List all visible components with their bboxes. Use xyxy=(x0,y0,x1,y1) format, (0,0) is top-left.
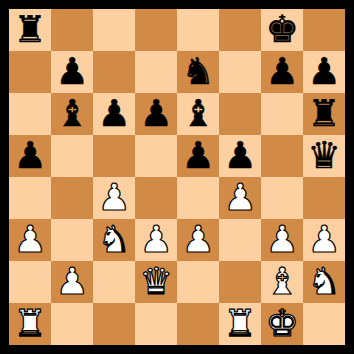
square-h3[interactable]: ♟ xyxy=(303,219,345,261)
square-b7[interactable]: ♟ xyxy=(51,51,93,93)
white-rook: ♜ xyxy=(219,303,261,345)
square-d5[interactable] xyxy=(135,135,177,177)
square-d3[interactable]: ♟ xyxy=(135,219,177,261)
square-g1[interactable]: ♚ xyxy=(261,303,303,345)
square-a3[interactable]: ♟ xyxy=(9,219,51,261)
square-c5[interactable] xyxy=(93,135,135,177)
square-a7[interactable] xyxy=(9,51,51,93)
square-e1[interactable] xyxy=(177,303,219,345)
white-pawn: ♟ xyxy=(93,177,135,219)
black-rook: ♜ xyxy=(303,93,345,135)
chess-board-grid: ♜♚♟♞♟♟♝♟♟♝♜♟♟♟♛♟♟♟♞♟♟♟♟♟♛♝♞♜♜♚ xyxy=(9,9,345,345)
white-knight: ♞ xyxy=(93,219,135,261)
square-e4[interactable] xyxy=(177,177,219,219)
black-pawn: ♟ xyxy=(219,135,261,177)
square-h7[interactable]: ♟ xyxy=(303,51,345,93)
square-h2[interactable]: ♞ xyxy=(303,261,345,303)
square-h1[interactable] xyxy=(303,303,345,345)
square-g3[interactable]: ♟ xyxy=(261,219,303,261)
square-c2[interactable] xyxy=(93,261,135,303)
square-c7[interactable] xyxy=(93,51,135,93)
square-c1[interactable] xyxy=(93,303,135,345)
square-a4[interactable] xyxy=(9,177,51,219)
black-queen: ♛ xyxy=(303,135,345,177)
square-c3[interactable]: ♞ xyxy=(93,219,135,261)
square-d7[interactable] xyxy=(135,51,177,93)
black-bishop: ♝ xyxy=(177,93,219,135)
square-d6[interactable]: ♟ xyxy=(135,93,177,135)
black-king: ♚ xyxy=(261,9,303,51)
square-h4[interactable] xyxy=(303,177,345,219)
square-d8[interactable] xyxy=(135,9,177,51)
square-f7[interactable] xyxy=(219,51,261,93)
square-h6[interactable]: ♜ xyxy=(303,93,345,135)
square-c4[interactable]: ♟ xyxy=(93,177,135,219)
square-g6[interactable] xyxy=(261,93,303,135)
square-a2[interactable] xyxy=(9,261,51,303)
white-pawn: ♟ xyxy=(177,219,219,261)
square-e3[interactable]: ♟ xyxy=(177,219,219,261)
black-pawn: ♟ xyxy=(177,135,219,177)
white-pawn: ♟ xyxy=(9,219,51,261)
chess-board: ♜♚♟♞♟♟♝♟♟♝♜♟♟♟♛♟♟♟♞♟♟♟♟♟♛♝♞♜♜♚ xyxy=(0,0,354,354)
square-d4[interactable] xyxy=(135,177,177,219)
square-e2[interactable] xyxy=(177,261,219,303)
white-king: ♚ xyxy=(261,303,303,345)
square-f4[interactable]: ♟ xyxy=(219,177,261,219)
square-e6[interactable]: ♝ xyxy=(177,93,219,135)
square-g2[interactable]: ♝ xyxy=(261,261,303,303)
white-pawn: ♟ xyxy=(261,219,303,261)
white-pawn: ♟ xyxy=(135,219,177,261)
square-f3[interactable] xyxy=(219,219,261,261)
white-bishop: ♝ xyxy=(261,261,303,303)
square-c6[interactable]: ♟ xyxy=(93,93,135,135)
square-e5[interactable]: ♟ xyxy=(177,135,219,177)
square-b6[interactable]: ♝ xyxy=(51,93,93,135)
black-bishop: ♝ xyxy=(51,93,93,135)
black-pawn: ♟ xyxy=(93,93,135,135)
black-pawn: ♟ xyxy=(9,135,51,177)
square-g8[interactable]: ♚ xyxy=(261,9,303,51)
white-knight: ♞ xyxy=(303,261,345,303)
square-f5[interactable]: ♟ xyxy=(219,135,261,177)
white-pawn: ♟ xyxy=(219,177,261,219)
square-e7[interactable]: ♞ xyxy=(177,51,219,93)
square-h5[interactable]: ♛ xyxy=(303,135,345,177)
square-e8[interactable] xyxy=(177,9,219,51)
square-b2[interactable]: ♟ xyxy=(51,261,93,303)
square-b3[interactable] xyxy=(51,219,93,261)
square-b8[interactable] xyxy=(51,9,93,51)
white-queen: ♛ xyxy=(135,261,177,303)
black-pawn: ♟ xyxy=(51,51,93,93)
black-rook: ♜ xyxy=(9,9,51,51)
square-g7[interactable]: ♟ xyxy=(261,51,303,93)
square-g4[interactable] xyxy=(261,177,303,219)
square-h8[interactable] xyxy=(303,9,345,51)
black-pawn: ♟ xyxy=(135,93,177,135)
square-a1[interactable]: ♜ xyxy=(9,303,51,345)
square-b5[interactable] xyxy=(51,135,93,177)
square-f1[interactable]: ♜ xyxy=(219,303,261,345)
white-rook: ♜ xyxy=(9,303,51,345)
square-b1[interactable] xyxy=(51,303,93,345)
square-f2[interactable] xyxy=(219,261,261,303)
black-knight: ♞ xyxy=(177,51,219,93)
square-d2[interactable]: ♛ xyxy=(135,261,177,303)
square-a8[interactable]: ♜ xyxy=(9,9,51,51)
square-d1[interactable] xyxy=(135,303,177,345)
black-pawn: ♟ xyxy=(303,51,345,93)
square-f6[interactable] xyxy=(219,93,261,135)
square-c8[interactable] xyxy=(93,9,135,51)
square-b4[interactable] xyxy=(51,177,93,219)
square-a5[interactable]: ♟ xyxy=(9,135,51,177)
square-a6[interactable] xyxy=(9,93,51,135)
white-pawn: ♟ xyxy=(51,261,93,303)
square-g5[interactable] xyxy=(261,135,303,177)
white-pawn: ♟ xyxy=(303,219,345,261)
black-pawn: ♟ xyxy=(261,51,303,93)
square-f8[interactable] xyxy=(219,9,261,51)
